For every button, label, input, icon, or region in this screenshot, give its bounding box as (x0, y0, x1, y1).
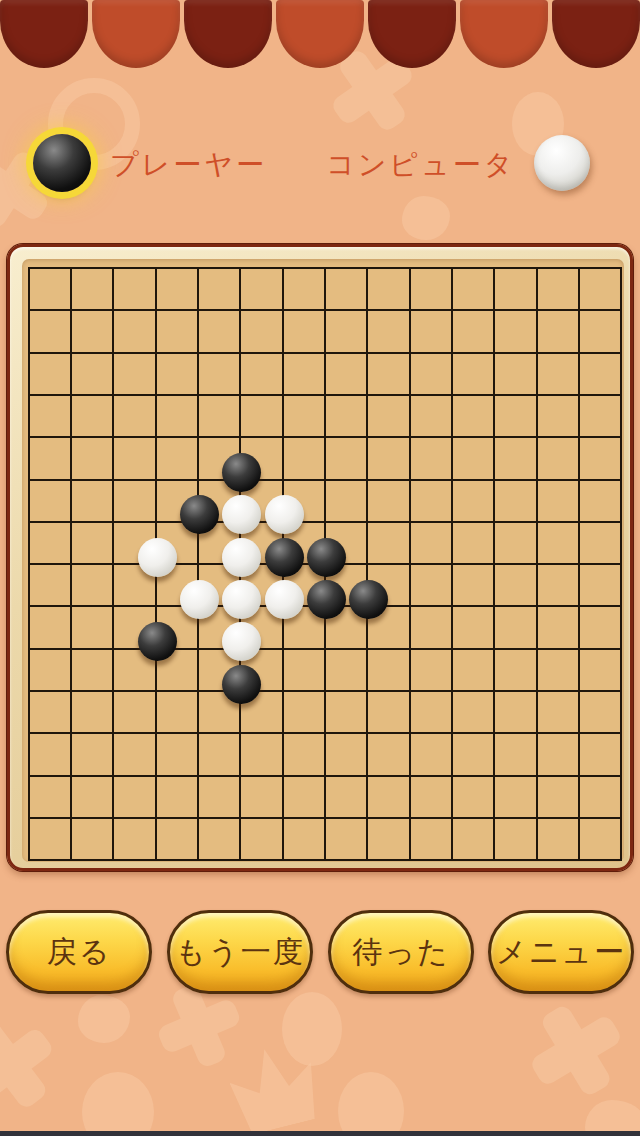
grid-line-horizontal (28, 775, 623, 777)
grid-line-horizontal (28, 859, 623, 861)
black-stone (180, 495, 219, 534)
oval-pattern-shape (82, 1072, 154, 1136)
black-stone (307, 538, 346, 577)
board-grid[interactable] (22, 259, 624, 862)
bottom-bar (0, 1131, 640, 1136)
white-stone (222, 580, 261, 619)
grid-line-horizontal (28, 690, 623, 692)
back-button[interactable]: 戻る (6, 910, 152, 994)
game-board[interactable] (7, 244, 633, 871)
player-label: プレーヤー (110, 146, 267, 184)
awning-scallop (276, 0, 364, 68)
awning-scallop (460, 0, 548, 68)
white-stone (265, 495, 304, 534)
white-stone (180, 580, 219, 619)
grid-line-horizontal (28, 352, 623, 354)
grid-line-horizontal (28, 309, 623, 311)
app-screen: プレーヤー コンピュータ 戻る もう一度 待った メニュー (0, 0, 640, 1136)
grid-line-horizontal (28, 436, 623, 438)
player-stone-indicator (33, 134, 91, 192)
oval-pattern-shape (282, 992, 342, 1066)
white-stone (222, 622, 261, 661)
grid-line-horizontal (28, 817, 623, 819)
awning-decoration (0, 0, 640, 72)
black-stone (307, 580, 346, 619)
white-stone (222, 538, 261, 577)
menu-button[interactable]: メニュー (488, 910, 634, 994)
black-stone (265, 538, 304, 577)
awning-scallop (184, 0, 272, 68)
grid-line-horizontal (28, 521, 623, 523)
black-stone (138, 622, 177, 661)
white-stone (222, 495, 261, 534)
computer-label: コンピュータ (326, 146, 515, 184)
blob-pattern-shape (78, 995, 130, 1043)
grid-line-horizontal (28, 394, 623, 396)
retry-button[interactable]: もう一度 (167, 910, 313, 994)
white-stone (138, 538, 177, 577)
oval-pattern-shape (338, 1072, 404, 1136)
awning-scallop (368, 0, 456, 68)
awning-scallop (0, 0, 88, 68)
black-stone (222, 453, 261, 492)
awning-scallop (92, 0, 180, 68)
blob-pattern-shape (402, 196, 450, 240)
grid-line-horizontal (28, 267, 623, 269)
white-stone (265, 580, 304, 619)
black-stone (222, 665, 261, 704)
computer-stone-indicator (534, 135, 590, 191)
cross-pattern-shape (0, 1014, 61, 1116)
black-stone (349, 580, 388, 619)
undo-button[interactable]: 待った (328, 910, 474, 994)
grid-line-horizontal (28, 648, 623, 650)
grid-line-horizontal (28, 732, 623, 734)
cross-pattern-shape (520, 995, 632, 1107)
grid-line-horizontal (28, 479, 623, 481)
awning-scallop (552, 0, 640, 68)
